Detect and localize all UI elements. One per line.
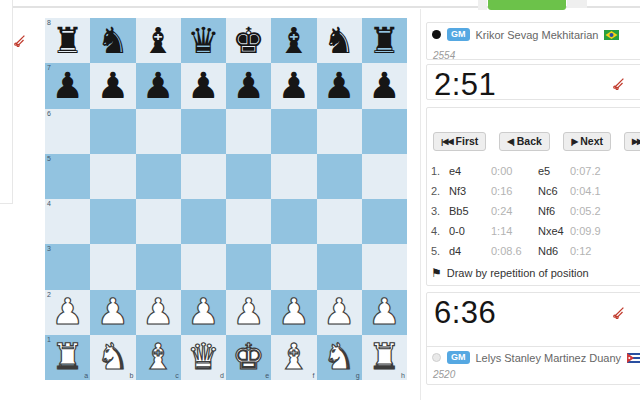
first-label: First — [456, 136, 479, 147]
white-bishop: ♝ — [136, 335, 181, 380]
square-d1: d♛ — [181, 335, 226, 380]
black-rook: ♜ — [45, 18, 90, 63]
square-a1: 1a♜ — [45, 335, 90, 380]
black-bishop: ♝ — [271, 18, 316, 63]
square-b1: b♞ — [90, 335, 135, 380]
white-rook: ♜ — [45, 335, 90, 380]
square-e2: ♟ — [226, 290, 271, 335]
white-move-time: 0:00 — [491, 165, 538, 177]
white-knight: ♞ — [90, 335, 135, 380]
square-b3 — [90, 244, 135, 289]
square-h4 — [362, 199, 407, 244]
white-knight: ♞ — [317, 335, 362, 380]
move-row-5: 5.d40:08.6Nd60:12 — [429, 241, 640, 261]
player-white-row: GM Lelys Stanley Martinez Duany — [432, 351, 640, 364]
last-move-button[interactable]: ▶▶| Last — [624, 132, 640, 151]
white-clock: 6:36 — [434, 295, 496, 331]
white-move-time: 0:08.6 — [491, 245, 538, 257]
black-queen: ♛ — [181, 18, 226, 63]
black-pawn: ♟ — [136, 63, 181, 108]
move-number: 3. — [429, 205, 449, 217]
move-number: 5. — [429, 245, 449, 257]
square-d7: ♟ — [181, 63, 226, 108]
square-e6 — [226, 109, 271, 154]
black-pawn: ♟ — [271, 63, 316, 108]
black-move-time: 0:05.2 — [570, 205, 640, 217]
square-b6 — [90, 109, 135, 154]
move-row-4: 4.0-01:14Nxe40:09.9 — [429, 221, 640, 241]
black-pawn: ♟ — [90, 63, 135, 108]
square-h6 — [362, 109, 407, 154]
square-b5 — [90, 154, 135, 199]
move-number: 2. — [429, 185, 449, 197]
square-a4: 4 — [45, 199, 90, 244]
player-white-rating: 2520 — [433, 369, 455, 380]
black-move-time: 0:09.9 — [570, 225, 640, 237]
back-icon: ◀| — [507, 136, 513, 147]
black-pawn: ♟ — [317, 63, 362, 108]
square-e5 — [226, 154, 271, 199]
moves-box: |◀◀ First ◀| Back |▶ Next ▶▶| Last 1.e40… — [426, 107, 640, 286]
black-move-time: 0:07.2 — [570, 165, 640, 177]
black-move-san[interactable]: e5 — [538, 165, 570, 177]
white-pawn: ♟ — [90, 290, 135, 335]
square-b8: ♞ — [90, 18, 135, 63]
square-f2: ♟ — [271, 290, 316, 335]
chess-board: 8♜♞♝♛♚♝♞♜7♟♟♟♟♟♟♟♟65432♟♟♟♟♟♟♟♟1a♜b♞c♝d♛… — [45, 18, 407, 380]
white-queen: ♛ — [181, 335, 226, 380]
black-move-san[interactable]: Nxe4 — [538, 225, 570, 237]
back-label: Back — [517, 136, 542, 147]
header-button-partial[interactable] — [478, 0, 487, 10]
square-d4 — [181, 199, 226, 244]
black-pawn: ♟ — [181, 63, 226, 108]
black-clock-box: 2:51 — [426, 64, 640, 100]
square-g3 — [317, 244, 362, 289]
square-b2: ♟ — [90, 290, 135, 335]
white-pawn: ♟ — [181, 290, 226, 335]
square-d6 — [181, 109, 226, 154]
box-divider — [427, 346, 640, 347]
white-pawn: ♟ — [226, 290, 271, 335]
square-f7: ♟ — [271, 63, 316, 108]
player-black-row: GM Krikor Sevag Mekhitarian — [432, 28, 619, 41]
black-bishop: ♝ — [136, 18, 181, 63]
square-a6: 6 — [45, 109, 90, 154]
back-move-button[interactable]: ◀| Back — [499, 132, 550, 151]
square-h3 — [362, 244, 407, 289]
move-navigation: |◀◀ First ◀| Back |▶ Next ▶▶| Last — [433, 132, 640, 151]
next-label: Next — [580, 136, 603, 147]
black-side-dot-icon — [432, 30, 441, 39]
player-white-name[interactable]: Lelys Stanley Martinez Duany — [476, 352, 622, 364]
square-e1: e♚ — [226, 335, 271, 380]
square-g2: ♟ — [317, 290, 362, 335]
white-move-time: 1:14 — [491, 225, 538, 237]
black-king: ♚ — [226, 18, 271, 63]
player-black-rating: 2554 — [433, 50, 455, 61]
square-f5 — [271, 154, 316, 199]
square-c3 — [136, 244, 181, 289]
move-row-3: 3.Bb50:24Nf60:05.2 — [429, 201, 640, 221]
last-icon: ▶▶| — [632, 136, 640, 147]
square-h1: h♜ — [362, 335, 407, 380]
white-move-san[interactable]: e4 — [449, 165, 491, 177]
white-pawn: ♟ — [271, 290, 316, 335]
square-c4 — [136, 199, 181, 244]
black-move-san[interactable]: Nd6 — [538, 245, 570, 257]
black-pawn: ♟ — [45, 63, 90, 108]
black-move-san[interactable]: Nc6 — [538, 185, 570, 197]
white-move-san[interactable]: d4 — [449, 245, 491, 257]
white-pawn: ♟ — [317, 290, 362, 335]
square-f4 — [271, 199, 316, 244]
square-g1: g♞ — [317, 335, 362, 380]
square-g4 — [317, 199, 362, 244]
move-number: 1. — [429, 165, 449, 177]
next-move-button[interactable]: |▶ Next — [563, 132, 611, 151]
square-b4 — [90, 199, 135, 244]
square-f6 — [271, 109, 316, 154]
rank-label: 6 — [47, 110, 51, 117]
white-side-dot-icon — [432, 353, 441, 362]
square-e4 — [226, 199, 271, 244]
player-black-box: GM Krikor Sevag Mekhitarian 2554 — [426, 22, 640, 60]
white-move-time: 0:24 — [491, 205, 538, 217]
move-row-1: 1.e40:00e50:07.2 — [429, 161, 640, 181]
page: 8♜♞♝♛♚♝♞♜7♟♟♟♟♟♟♟♟65432♟♟♟♟♟♟♟♟1a♜b♞c♝d♛… — [0, 0, 640, 400]
black-move-san[interactable]: Nf6 — [538, 205, 570, 217]
cuba-flag-icon — [627, 353, 640, 363]
square-c6 — [136, 109, 181, 154]
square-h7: ♟ — [362, 63, 407, 108]
square-h8: ♜ — [362, 18, 407, 63]
black-knight: ♞ — [90, 18, 135, 63]
square-a8: 8♜ — [45, 18, 90, 63]
rank-label: 5 — [47, 155, 51, 162]
white-king: ♚ — [226, 335, 271, 380]
panel-divider — [420, 9, 421, 400]
white-clock-swords-icon[interactable] — [612, 305, 626, 319]
black-move-time: 0:12 — [570, 245, 640, 257]
square-g7: ♟ — [317, 63, 362, 108]
square-a7: 7♟ — [45, 63, 90, 108]
left-sidebar-panel — [0, 0, 13, 204]
white-rook: ♜ — [362, 335, 407, 380]
square-a3: 3 — [45, 244, 90, 289]
square-b7: ♟ — [90, 63, 135, 108]
white-pawn: ♟ — [136, 290, 181, 335]
square-d5 — [181, 154, 226, 199]
black-pawn: ♟ — [226, 63, 271, 108]
black-rook: ♜ — [362, 18, 407, 63]
square-a5: 5 — [45, 154, 90, 199]
black-knight: ♞ — [317, 18, 362, 63]
white-move-san[interactable]: 0-0 — [449, 225, 491, 237]
square-e8: ♚ — [226, 18, 271, 63]
white-pawn: ♟ — [45, 290, 90, 335]
square-d8: ♛ — [181, 18, 226, 63]
square-a2: 2♟ — [45, 290, 90, 335]
square-h2: ♟ — [362, 290, 407, 335]
square-h5 — [362, 154, 407, 199]
square-e7: ♟ — [226, 63, 271, 108]
square-g8: ♞ — [317, 18, 362, 63]
rank-label: 4 — [47, 200, 51, 207]
move-number: 4. — [429, 225, 449, 237]
white-move-time: 0:16 — [491, 185, 538, 197]
result-text: Draw by repetition of position — [447, 267, 589, 279]
player-white-box: 6:36 GM Lelys Stanley Martinez Duany 252… — [426, 292, 640, 385]
black-clock-swords-icon[interactable] — [612, 76, 626, 90]
live-game-swords-icon[interactable] — [13, 33, 27, 47]
black-clock: 2:51 — [434, 67, 496, 103]
square-d3 — [181, 244, 226, 289]
square-f1: f♝ — [271, 335, 316, 380]
square-c1: c♝ — [136, 335, 181, 380]
square-f8: ♝ — [271, 18, 316, 63]
square-c7: ♟ — [136, 63, 181, 108]
next-icon: |▶ — [571, 136, 577, 147]
square-c8: ♝ — [136, 18, 181, 63]
move-list: 1.e40:00e50:07.22.Nf30:16Nc60:04.13.Bb50… — [429, 161, 640, 261]
square-c5 — [136, 154, 181, 199]
game-result-row: ⚑ Draw by repetition of position — [431, 266, 589, 280]
square-g6 — [317, 109, 362, 154]
result-flag-icon: ⚑ — [431, 266, 442, 280]
white-bishop: ♝ — [271, 335, 316, 380]
white-move-san[interactable]: Bb5 — [449, 205, 491, 217]
square-c2: ♟ — [136, 290, 181, 335]
gm-badge-2: GM — [447, 351, 470, 364]
green-action-button[interactable] — [488, 0, 566, 10]
square-d2: ♟ — [181, 290, 226, 335]
white-pawn: ♟ — [362, 290, 407, 335]
square-e3 — [226, 244, 271, 289]
rank-label: 3 — [47, 245, 51, 252]
gm-badge: GM — [447, 28, 470, 41]
square-f3 — [271, 244, 316, 289]
black-move-time: 0:04.1 — [570, 185, 640, 197]
square-g5 — [317, 154, 362, 199]
brazil-flag-icon — [604, 30, 619, 40]
white-move-san[interactable]: Nf3 — [449, 185, 491, 197]
player-black-name[interactable]: Krikor Sevag Mekhitarian — [476, 29, 599, 41]
black-pawn: ♟ — [362, 63, 407, 108]
first-move-button[interactable]: |◀◀ First — [433, 132, 486, 151]
move-row-2: 2.Nf30:16Nc60:04.1 — [429, 181, 640, 201]
header-button-partial-2[interactable] — [567, 0, 587, 8]
first-icon: |◀◀ — [441, 136, 453, 147]
